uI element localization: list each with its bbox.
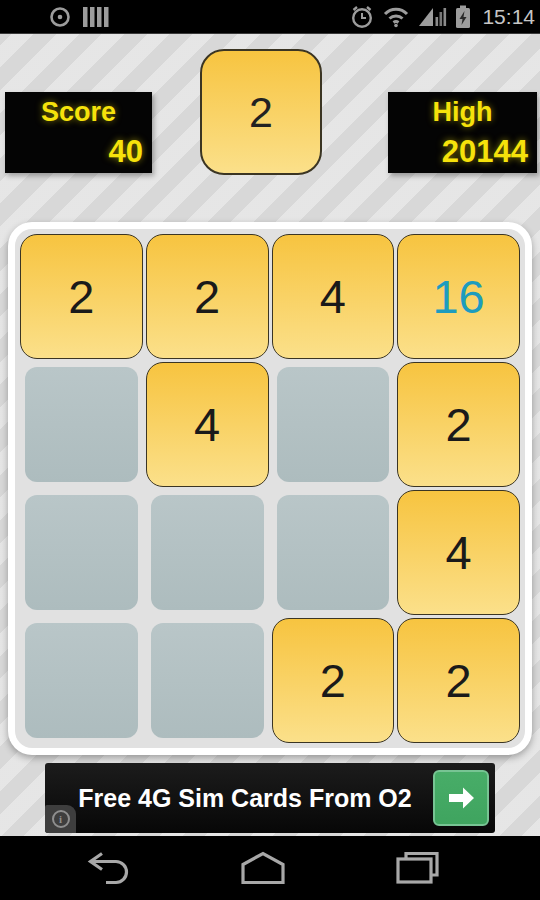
clock-time: 15:14 <box>482 0 535 33</box>
score-panel: Score 40 <box>5 92 152 173</box>
tile-2: 2 <box>398 363 519 486</box>
empty-cell <box>21 363 142 486</box>
tile-2: 2 <box>273 619 394 742</box>
signal-icon <box>417 5 447 29</box>
stacked-bars-icon <box>82 5 110 29</box>
info-icon: i <box>52 810 70 828</box>
empty-cell <box>21 491 142 614</box>
tile-2: 2 <box>21 235 142 358</box>
ad-cta-button[interactable] <box>433 770 489 826</box>
ad-banner[interactable]: Free 4G Sim Cards From O2 i <box>45 763 495 833</box>
next-tile-preview: 2 <box>200 49 322 175</box>
tile-4: 4 <box>273 235 394 358</box>
home-button[interactable] <box>238 851 288 885</box>
tile-4: 4 <box>398 491 519 614</box>
alarm-icon <box>349 4 375 30</box>
empty-cell <box>147 491 268 614</box>
empty-cell <box>147 619 268 742</box>
board-grid: 2241642422 <box>15 229 525 748</box>
game-board[interactable]: 2241642422 <box>8 222 532 755</box>
ad-text: Free 4G Sim Cards From O2 <box>59 763 431 833</box>
tile-2: 2 <box>147 235 268 358</box>
high-score-panel: High 20144 <box>388 92 537 173</box>
score-label: Score <box>5 97 152 128</box>
empty-cell <box>21 619 142 742</box>
status-icons-left <box>48 5 110 29</box>
empty-cell <box>273 491 394 614</box>
high-label: High <box>388 97 537 128</box>
recents-button[interactable] <box>394 851 440 885</box>
battery-charging-icon <box>453 4 473 30</box>
tile-2: 2 <box>398 619 519 742</box>
wifi-icon <box>381 5 411 29</box>
status-bar: 15:14 <box>0 0 540 34</box>
android-nav-bar <box>0 836 540 900</box>
score-value: 40 <box>109 134 143 170</box>
arrow-right-icon <box>444 781 478 815</box>
empty-cell <box>273 363 394 486</box>
tile-16: 16 <box>398 235 519 358</box>
back-button[interactable] <box>85 851 131 885</box>
high-value: 20144 <box>442 134 528 170</box>
tile-4: 4 <box>147 363 268 486</box>
app-screen: 15:14 Score 40 2 High 20144 2241642422 F… <box>0 0 540 900</box>
ad-info-button[interactable]: i <box>45 805 76 833</box>
record-icon <box>48 5 72 29</box>
status-icons-right: 15:14 <box>349 0 535 33</box>
